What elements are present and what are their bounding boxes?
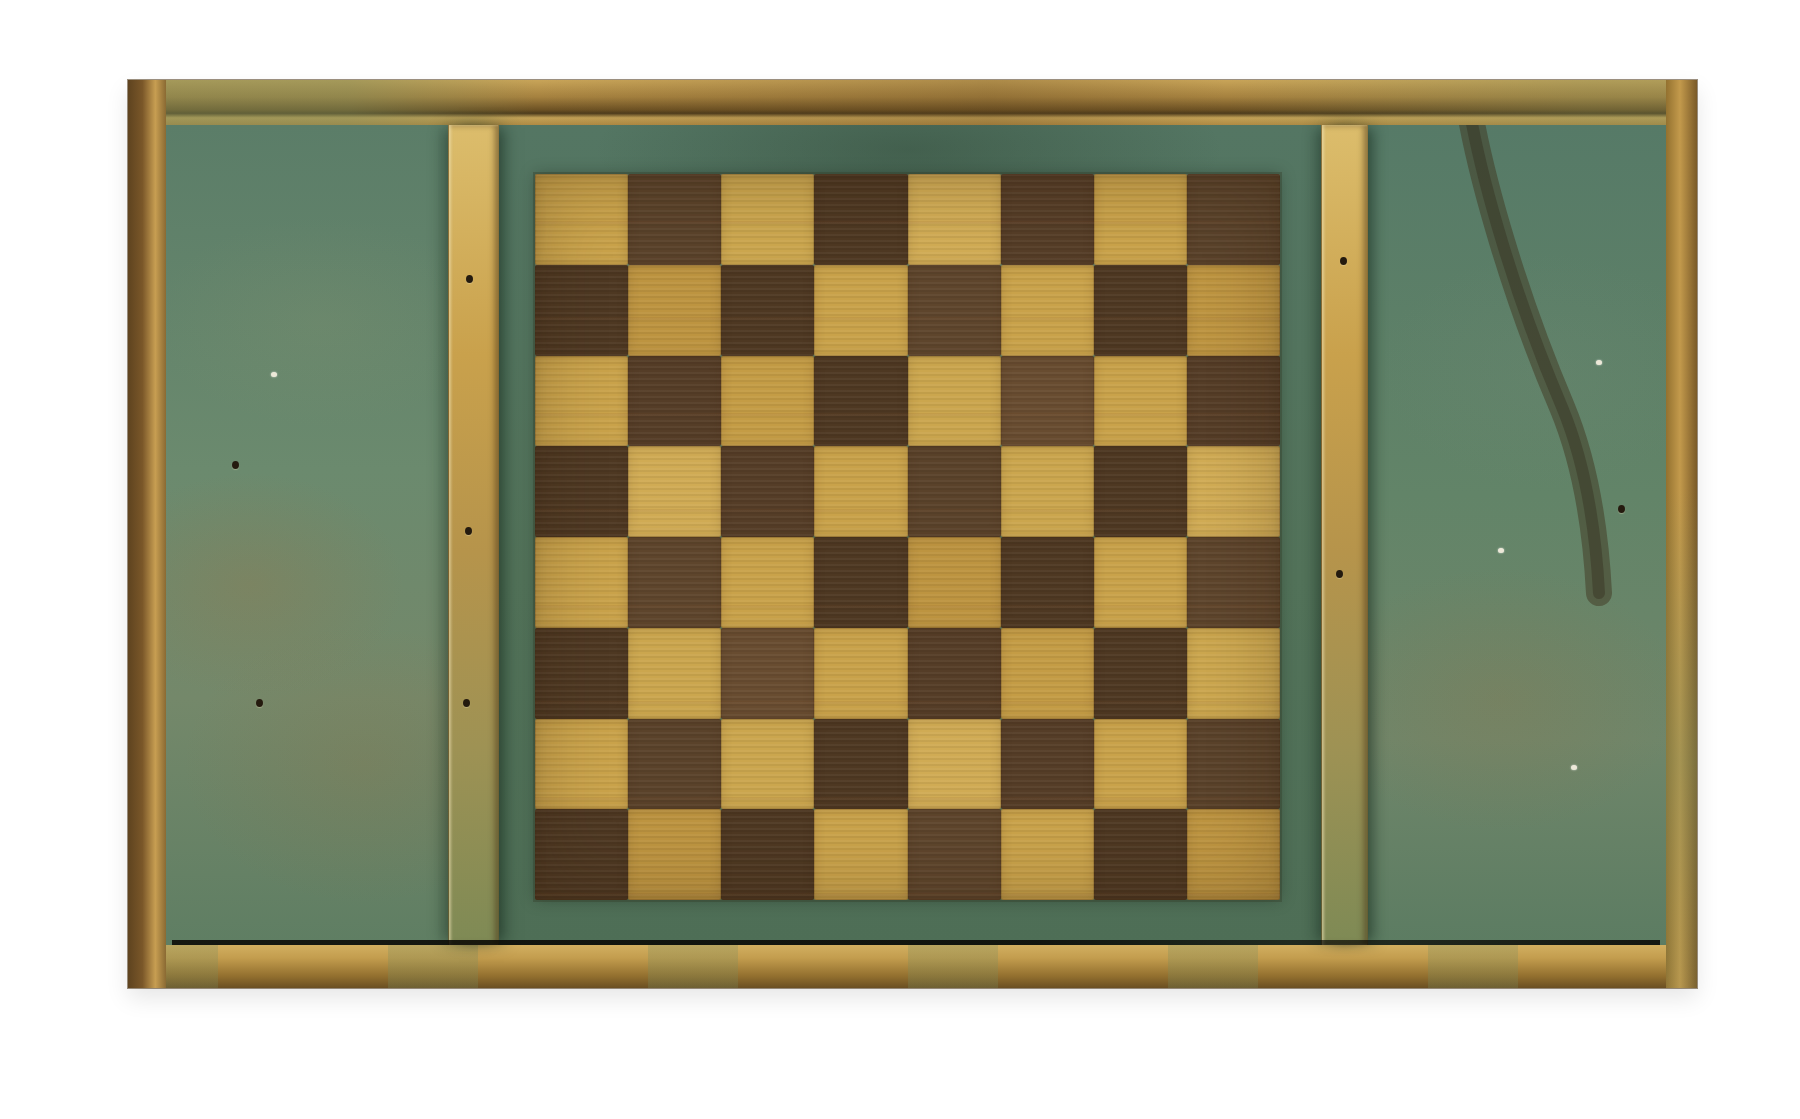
board-square [535, 537, 628, 628]
board-square [1187, 719, 1280, 810]
board-square [1001, 356, 1094, 447]
divider-rail-left [448, 125, 499, 945]
board-square [908, 174, 1001, 265]
board-square [814, 174, 907, 265]
board-square [814, 356, 907, 447]
board-square [628, 265, 721, 356]
board-square [814, 446, 907, 537]
drip-stain [1366, 125, 1666, 945]
board-square [535, 809, 628, 900]
board-square [1187, 537, 1280, 628]
board-square [721, 537, 814, 628]
center-section [497, 125, 1321, 945]
board-square [535, 719, 628, 810]
board-square [814, 628, 907, 719]
frame-left-rail [128, 80, 166, 988]
board-square [721, 446, 814, 537]
board-square [1094, 446, 1187, 537]
board-square [721, 719, 814, 810]
board-square [908, 356, 1001, 447]
board-square [908, 537, 1001, 628]
board-square [721, 628, 814, 719]
board-square [908, 719, 1001, 810]
board-square [628, 446, 721, 537]
frame-bottom-rail [128, 945, 1697, 988]
board-square [721, 356, 814, 447]
board-square [1001, 174, 1094, 265]
board-square [1187, 446, 1280, 537]
board-square [1187, 265, 1280, 356]
board-square [628, 809, 721, 900]
board-square [1094, 265, 1187, 356]
board-square [1187, 809, 1280, 900]
board-square [814, 265, 907, 356]
photo-backdrop [0, 0, 1800, 1119]
board-square [1001, 537, 1094, 628]
divider-rail-right [1321, 125, 1368, 945]
left-green-panel [166, 125, 448, 945]
board-square [1001, 809, 1094, 900]
game-board [128, 80, 1697, 988]
board-square [535, 356, 628, 447]
board-square [628, 174, 721, 265]
board-square [535, 265, 628, 356]
checkerboard [535, 174, 1280, 900]
board-square [1001, 265, 1094, 356]
board-square [628, 356, 721, 447]
board-square [908, 809, 1001, 900]
board-square [1094, 537, 1187, 628]
frame-right-rail [1666, 80, 1697, 988]
board-square [721, 809, 814, 900]
board-square [1094, 628, 1187, 719]
bottom-shadow-seam [172, 940, 1660, 945]
board-square [1187, 628, 1280, 719]
right-green-panel [1366, 125, 1666, 945]
board-square [1094, 719, 1187, 810]
board-square [628, 628, 721, 719]
board-square [628, 719, 721, 810]
board-square [1094, 174, 1187, 265]
board-square [1094, 356, 1187, 447]
board-square [1001, 719, 1094, 810]
board-square [535, 446, 628, 537]
board-square [1187, 174, 1280, 265]
board-square [535, 628, 628, 719]
board-square [1187, 356, 1280, 447]
board-square [814, 809, 907, 900]
board-square [535, 174, 628, 265]
board-square [628, 537, 721, 628]
frame-top-rail [128, 80, 1697, 125]
board-square [1001, 446, 1094, 537]
board-square [1094, 809, 1187, 900]
painted-field [166, 125, 1666, 945]
board-square [721, 265, 814, 356]
board-square [908, 446, 1001, 537]
board-square [908, 265, 1001, 356]
board-square [814, 719, 907, 810]
board-square [908, 628, 1001, 719]
board-square [814, 537, 907, 628]
board-square [1001, 628, 1094, 719]
board-square [721, 174, 814, 265]
